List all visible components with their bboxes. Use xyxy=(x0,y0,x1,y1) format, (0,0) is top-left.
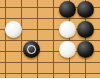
stone-grid xyxy=(5,0,95,78)
black-stone[interactable] xyxy=(77,21,94,38)
board-intersection-2-3[interactable] xyxy=(41,60,59,79)
board-intersection-3-0[interactable] xyxy=(59,0,77,20)
board-intersection-1-3[interactable] xyxy=(23,60,41,79)
white-stone[interactable] xyxy=(59,41,76,58)
black-stone[interactable] xyxy=(77,41,94,58)
board-intersection-4-3[interactable] xyxy=(77,60,95,79)
board-intersection-3-1[interactable] xyxy=(59,20,77,40)
board-intersection-2-0[interactable] xyxy=(41,0,59,20)
board-intersection-0-0[interactable] xyxy=(5,0,23,20)
board-intersection-4-1[interactable] xyxy=(77,20,95,40)
board-intersection-2-2[interactable] xyxy=(41,40,59,60)
black-stone[interactable] xyxy=(77,1,94,18)
board-intersection-1-2[interactable] xyxy=(23,40,41,60)
board-intersection-0-3[interactable] xyxy=(5,60,23,79)
board-intersection-4-0[interactable] xyxy=(77,0,95,20)
board-intersection-0-1[interactable] xyxy=(5,20,23,40)
board-intersection-2-1[interactable] xyxy=(41,20,59,40)
board-intersection-3-2[interactable] xyxy=(59,40,77,60)
board-intersection-0-2[interactable] xyxy=(5,40,23,60)
white-stone[interactable] xyxy=(59,21,76,38)
board-intersection-1-0[interactable] xyxy=(23,0,41,20)
board-intersection-1-1[interactable] xyxy=(23,20,41,40)
board-intersection-4-2[interactable] xyxy=(77,40,95,60)
black-stone-last-move[interactable] xyxy=(23,41,40,58)
black-stone[interactable] xyxy=(59,1,76,18)
white-stone[interactable] xyxy=(5,21,22,38)
board-intersection-3-3[interactable] xyxy=(59,60,77,79)
goban xyxy=(0,0,100,78)
